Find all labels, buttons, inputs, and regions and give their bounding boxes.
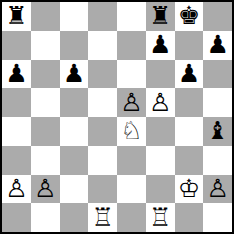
chess-board: ♜♜♚♟♟♟♟♟♙♙♘♝♙♙♔♙♖♖ [0, 0, 234, 234]
square-a1[interactable] [2, 203, 31, 232]
square-a6[interactable]: ♟ [2, 60, 31, 89]
square-h6[interactable] [203, 60, 232, 89]
square-f4[interactable] [146, 117, 175, 146]
square-h5[interactable] [203, 88, 232, 117]
black-rook-icon: ♜ [149, 2, 171, 30]
square-f1[interactable]: ♖ [146, 203, 175, 232]
square-d6[interactable] [88, 60, 117, 89]
square-d5[interactable] [88, 88, 117, 117]
square-g5[interactable] [175, 88, 204, 117]
black-pawn-icon: ♟ [63, 60, 85, 88]
square-b1[interactable] [31, 203, 60, 232]
square-h3[interactable] [203, 146, 232, 175]
square-b8[interactable] [31, 2, 60, 31]
square-d7[interactable] [88, 31, 117, 60]
black-rook-icon: ♜ [5, 2, 27, 30]
square-b7[interactable] [31, 31, 60, 60]
square-b2[interactable]: ♙ [31, 175, 60, 204]
square-f6[interactable] [146, 60, 175, 89]
square-a2[interactable]: ♙ [2, 175, 31, 204]
square-h7[interactable]: ♟ [203, 31, 232, 60]
square-a5[interactable] [2, 88, 31, 117]
white-rook-icon: ♖ [91, 204, 113, 232]
square-c1[interactable] [60, 203, 89, 232]
square-d4[interactable] [88, 117, 117, 146]
white-rook-icon: ♖ [149, 204, 171, 232]
square-e7[interactable] [117, 31, 146, 60]
black-king-icon: ♚ [178, 2, 200, 30]
chess-diagram: ♜♜♚♟♟♟♟♟♙♙♘♝♙♙♔♙♖♖ [0, 0, 234, 234]
square-c5[interactable] [60, 88, 89, 117]
square-e1[interactable] [117, 203, 146, 232]
black-pawn-icon: ♟ [178, 60, 200, 88]
square-g8[interactable]: ♚ [175, 2, 204, 31]
square-d2[interactable] [88, 175, 117, 204]
square-e3[interactable] [117, 146, 146, 175]
square-f3[interactable] [146, 146, 175, 175]
square-b5[interactable] [31, 88, 60, 117]
black-pawn-icon: ♟ [149, 31, 171, 59]
square-d8[interactable] [88, 2, 117, 31]
square-h1[interactable] [203, 203, 232, 232]
square-a4[interactable] [2, 117, 31, 146]
square-d3[interactable] [88, 146, 117, 175]
square-g1[interactable] [175, 203, 204, 232]
square-b4[interactable] [31, 117, 60, 146]
square-a8[interactable]: ♜ [2, 2, 31, 31]
black-bishop-icon: ♝ [206, 117, 228, 145]
square-f8[interactable]: ♜ [146, 2, 175, 31]
square-c8[interactable] [60, 2, 89, 31]
white-pawn-icon: ♙ [34, 175, 56, 203]
square-d1[interactable]: ♖ [88, 203, 117, 232]
square-f2[interactable] [146, 175, 175, 204]
square-c7[interactable] [60, 31, 89, 60]
square-e8[interactable] [117, 2, 146, 31]
white-pawn-icon: ♙ [5, 175, 27, 203]
square-e5[interactable]: ♙ [117, 88, 146, 117]
square-e4[interactable]: ♘ [117, 117, 146, 146]
square-b3[interactable] [31, 146, 60, 175]
square-c4[interactable] [60, 117, 89, 146]
square-f7[interactable]: ♟ [146, 31, 175, 60]
square-g6[interactable]: ♟ [175, 60, 204, 89]
square-h2[interactable]: ♙ [203, 175, 232, 204]
square-c6[interactable]: ♟ [60, 60, 89, 89]
white-pawn-icon: ♙ [149, 89, 171, 117]
square-h8[interactable] [203, 2, 232, 31]
square-c2[interactable] [60, 175, 89, 204]
white-pawn-icon: ♙ [120, 89, 142, 117]
white-king-icon: ♔ [178, 175, 200, 203]
black-pawn-icon: ♟ [206, 31, 228, 59]
square-e2[interactable] [117, 175, 146, 204]
square-g4[interactable] [175, 117, 204, 146]
square-c3[interactable] [60, 146, 89, 175]
square-f5[interactable]: ♙ [146, 88, 175, 117]
square-g2[interactable]: ♔ [175, 175, 204, 204]
white-knight-icon: ♘ [120, 117, 142, 145]
square-b6[interactable] [31, 60, 60, 89]
square-a3[interactable] [2, 146, 31, 175]
square-a7[interactable] [2, 31, 31, 60]
white-pawn-icon: ♙ [206, 175, 228, 203]
black-pawn-icon: ♟ [5, 60, 27, 88]
square-g3[interactable] [175, 146, 204, 175]
square-g7[interactable] [175, 31, 204, 60]
square-e6[interactable] [117, 60, 146, 89]
square-h4[interactable]: ♝ [203, 117, 232, 146]
